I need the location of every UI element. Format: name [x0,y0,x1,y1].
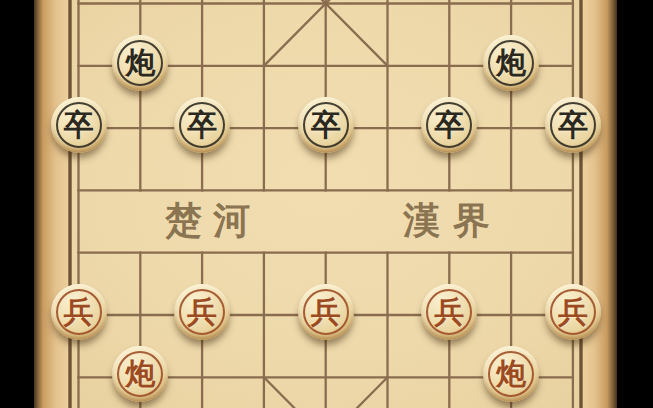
piece-black-cannon[interactable]: 炮 [483,35,539,91]
piece-red-soldier[interactable]: 兵 [51,284,107,340]
letterbox-left [0,0,34,408]
letterbox-right [617,0,653,408]
xiangqi-screenshot: 楚河 漢界 炮炮卒卒卒卒卒兵兵兵兵兵炮炮 [0,0,653,408]
piece-character: 兵 [298,284,354,340]
piece-black-soldier[interactable]: 卒 [298,97,354,153]
piece-black-cannon[interactable]: 炮 [112,35,168,91]
piece-character: 卒 [421,97,477,153]
pieces-layer: 炮炮卒卒卒卒卒兵兵兵兵兵炮炮 [0,0,653,408]
piece-red-soldier[interactable]: 兵 [421,284,477,340]
piece-black-soldier[interactable]: 卒 [421,97,477,153]
piece-red-cannon[interactable]: 炮 [112,346,168,402]
piece-character: 兵 [421,284,477,340]
piece-red-cannon[interactable]: 炮 [483,346,539,402]
piece-character: 兵 [545,284,601,340]
piece-red-soldier[interactable]: 兵 [545,284,601,340]
piece-character: 卒 [545,97,601,153]
piece-character: 炮 [112,346,168,402]
piece-character: 卒 [298,97,354,153]
piece-character: 卒 [174,97,230,153]
piece-black-soldier[interactable]: 卒 [174,97,230,153]
piece-black-soldier[interactable]: 卒 [545,97,601,153]
piece-character: 兵 [51,284,107,340]
piece-character: 炮 [483,35,539,91]
piece-character: 炮 [483,346,539,402]
piece-character: 炮 [112,35,168,91]
piece-red-soldier[interactable]: 兵 [298,284,354,340]
piece-character: 卒 [51,97,107,153]
piece-character: 兵 [174,284,230,340]
piece-black-soldier[interactable]: 卒 [51,97,107,153]
piece-red-soldier[interactable]: 兵 [174,284,230,340]
